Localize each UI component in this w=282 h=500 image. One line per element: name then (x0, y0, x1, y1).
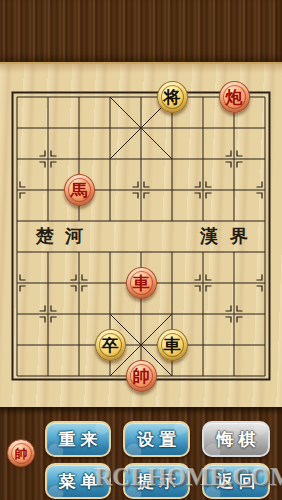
board-point: 卒 (95, 330, 126, 361)
piece-red-horse[interactable]: 馬 (64, 174, 95, 206)
settings-button[interactable]: 设置 (123, 421, 190, 457)
board-point: 車 (126, 268, 157, 299)
pieces-grid[interactable]: 将炮馬車卒車帥 (2, 82, 281, 392)
back-button-label: 返回 (217, 473, 261, 490)
hint-button[interactable]: 提示 (123, 463, 190, 499)
board-point: 車 (157, 330, 188, 361)
board-area: 楚河 漢界 将炮馬車卒車帥 (0, 64, 282, 407)
undo-button-label: 悔棋 (217, 431, 261, 448)
undo-button[interactable]: 悔棋 (202, 421, 270, 457)
xiangqi-app: 楚河 漢界 将炮馬車卒車帥 帥 重来 设置 悔棋 菜单 提示 返回 RCLHOM… (0, 0, 282, 500)
piece-black-general[interactable]: 将 (157, 81, 188, 113)
piece-red-chariot[interactable]: 車 (126, 267, 157, 299)
top-wood-bar (0, 0, 282, 64)
board-point: 炮 (219, 82, 250, 113)
control-panel: 帥 重来 设置 悔棋 菜单 提示 返回 RCLHOME.COM (0, 407, 282, 500)
restart-button[interactable]: 重来 (45, 421, 111, 457)
piece-glyph: 炮 (226, 89, 243, 106)
menu-button[interactable]: 菜单 (45, 463, 111, 499)
hint-button-label: 提示 (137, 473, 181, 490)
piece-black-soldier[interactable]: 卒 (95, 329, 126, 361)
board-point: 帥 (126, 361, 157, 392)
settings-button-label: 设置 (137, 431, 181, 448)
piece-glyph: 車 (133, 275, 150, 292)
piece-red-general[interactable]: 帥 (126, 360, 157, 392)
piece-glyph: 帥 (133, 368, 150, 385)
turn-indicator-piece: 帥 (7, 439, 35, 467)
piece-black-chariot[interactable]: 車 (157, 329, 188, 361)
restart-button-label: 重来 (59, 431, 103, 448)
piece-glyph: 将 (164, 89, 181, 106)
piece-glyph: 車 (164, 337, 181, 354)
piece-glyph: 卒 (102, 337, 119, 354)
piece-glyph: 馬 (71, 182, 88, 199)
turn-indicator-label: 帥 (15, 447, 28, 460)
back-button[interactable]: 返回 (202, 463, 270, 499)
menu-button-label: 菜单 (59, 473, 103, 490)
board-point: 将 (157, 82, 188, 113)
piece-red-cannon[interactable]: 炮 (219, 81, 250, 113)
board-point: 馬 (64, 175, 95, 206)
